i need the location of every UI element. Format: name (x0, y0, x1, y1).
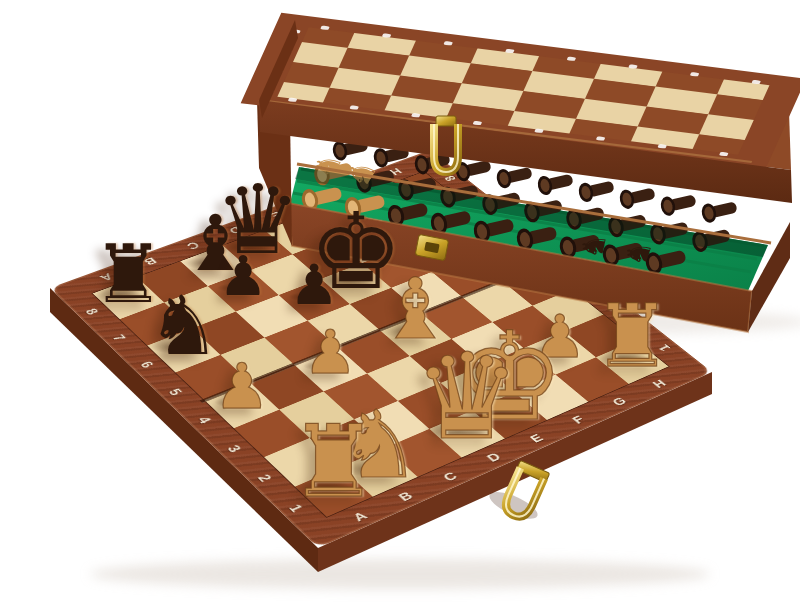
piece-white-queen-d1[interactable]: ♛ (414, 338, 521, 457)
stored-piece-dark (618, 184, 657, 211)
piece-black-knight-a6[interactable]: ♞ (147, 285, 220, 367)
stored-piece-dark (577, 177, 616, 204)
piece-white-pawn-c4[interactable]: ♟ (303, 322, 357, 382)
piece-white-rook-h1[interactable]: ♜ (593, 293, 671, 380)
chess-set-scene: AABBCCDDEEFFGGHH1122334455667788 (0, 0, 800, 604)
piece-white-rook-a1[interactable]: ♜ (289, 412, 378, 512)
stored-piece-dark (700, 197, 739, 224)
stored-piece-dark (659, 190, 698, 217)
stored-piece-dark (536, 170, 575, 197)
piece-black-pawn-d6[interactable]: ♟ (289, 257, 339, 313)
piece-white-pawn-a4[interactable]: ♟ (214, 356, 270, 419)
piece-black-pawn-c7[interactable]: ♟ (219, 248, 268, 303)
box-right-end (748, 222, 790, 332)
